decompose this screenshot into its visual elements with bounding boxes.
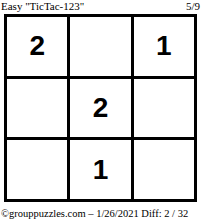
cell-r2c2-given: 2 xyxy=(70,79,130,138)
puzzle-title: Easy "TicTac-123" xyxy=(1,0,84,13)
cell-r1c1-given: 2 xyxy=(7,17,67,76)
progress-counter: 5/9 xyxy=(186,0,200,13)
cell-r1c3-given: 1 xyxy=(134,17,194,76)
cell-r3c3-empty[interactable] xyxy=(134,140,194,199)
cell-r2c1-empty[interactable] xyxy=(7,79,67,138)
cell-r3c2-given: 1 xyxy=(70,140,130,199)
copyright-line: ©grouppuzzles.com – 1/26/2021 Diff: 2 / … xyxy=(1,207,202,220)
cell-r1c2-empty[interactable] xyxy=(70,17,130,76)
header: Easy "TicTac-123" 5/9 xyxy=(1,0,200,14)
cell-r2c3-empty[interactable] xyxy=(134,79,194,138)
cell-r3c1-empty[interactable] xyxy=(7,140,67,199)
tictac123-board: 2 1 2 1 xyxy=(4,14,197,202)
